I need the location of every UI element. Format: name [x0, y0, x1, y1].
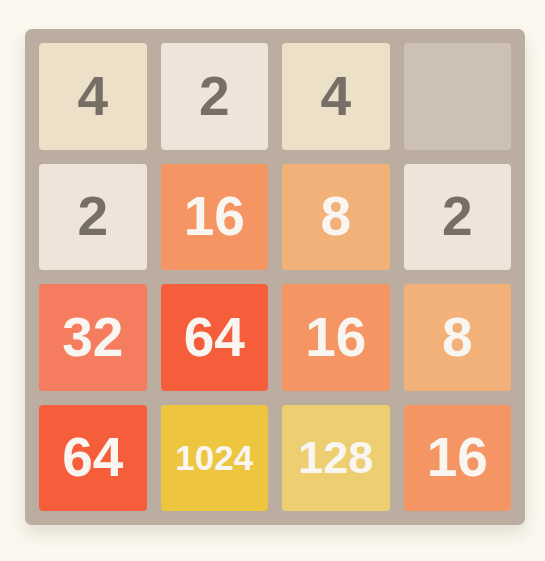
- tile-8: 8: [282, 164, 390, 271]
- tile-32: 32: [39, 284, 147, 391]
- tile-16: 16: [282, 284, 390, 391]
- tile-2: 2: [404, 164, 512, 271]
- tile-4: 4: [39, 43, 147, 150]
- game-board[interactable]: 42421682326416864102412816: [25, 29, 525, 525]
- tile-1024: 1024: [161, 405, 269, 512]
- tile-64: 64: [39, 405, 147, 512]
- tile-64: 64: [161, 284, 269, 391]
- tile-16: 16: [161, 164, 269, 271]
- tile-8: 8: [404, 284, 512, 391]
- page: 42421682326416864102412816: [0, 0, 545, 561]
- tile-2: 2: [39, 164, 147, 271]
- tile-128: 128: [282, 405, 390, 512]
- tile-16: 16: [404, 405, 512, 512]
- empty-cell: [404, 43, 512, 150]
- tile-4: 4: [282, 43, 390, 150]
- tile-2: 2: [161, 43, 269, 150]
